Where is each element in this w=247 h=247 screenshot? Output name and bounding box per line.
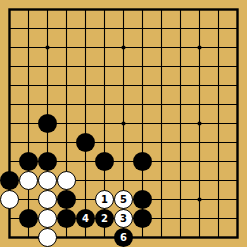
white-stone[interactable] (38, 228, 57, 247)
white-stone[interactable] (38, 190, 57, 209)
go-board[interactable]: 154236 (0, 0, 247, 247)
white-stone[interactable] (38, 171, 57, 190)
white-stone[interactable] (57, 171, 76, 190)
black-stone[interactable] (0, 171, 19, 190)
move-stone-3[interactable]: 3 (114, 209, 133, 228)
black-stone[interactable] (38, 114, 57, 133)
move-stone-6[interactable]: 6 (114, 228, 133, 247)
move-number: 6 (120, 233, 127, 243)
white-stone[interactable] (19, 171, 38, 190)
black-stone[interactable] (76, 133, 95, 152)
move-number: 3 (120, 214, 127, 224)
move-number: 2 (101, 214, 108, 224)
white-stone[interactable] (0, 190, 19, 209)
move-stone-4[interactable]: 4 (76, 209, 95, 228)
black-stone[interactable] (57, 209, 76, 228)
move-stone-5[interactable]: 5 (114, 190, 133, 209)
white-stone[interactable] (38, 209, 57, 228)
black-stone[interactable] (19, 152, 38, 171)
move-stone-2[interactable]: 2 (95, 209, 114, 228)
move-stone-1[interactable]: 1 (95, 190, 114, 209)
move-number: 1 (101, 195, 108, 205)
black-stone[interactable] (57, 190, 76, 209)
move-number: 4 (82, 214, 89, 224)
stones-layer: 154236 (0, 0, 247, 247)
black-stone[interactable] (133, 152, 152, 171)
move-number: 5 (120, 195, 127, 205)
black-stone[interactable] (133, 209, 152, 228)
black-stone[interactable] (95, 152, 114, 171)
black-stone[interactable] (133, 190, 152, 209)
black-stone[interactable] (38, 152, 57, 171)
black-stone[interactable] (19, 209, 38, 228)
